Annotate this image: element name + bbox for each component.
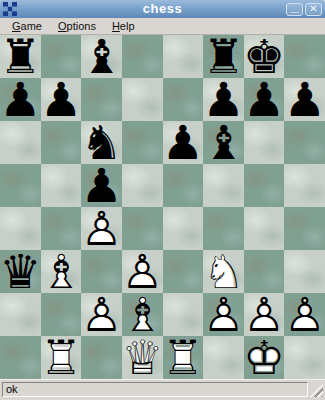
- chess-board: ♜♝♜♚♟♟♟♟♟♞♟♝♟♟♙♛♝♗♟♙♞♘♟♙♝♗♟♙♟♙♟♙♜♖♛♕♜♖♚♔: [0, 35, 325, 379]
- window-controls: — ✕: [286, 3, 322, 16]
- square-e4[interactable]: [163, 207, 204, 250]
- black-pawn-piece[interactable]: ♟: [203, 78, 244, 121]
- square-c3[interactable]: [81, 250, 122, 293]
- square-g2[interactable]: ♟♙: [244, 293, 285, 336]
- square-e5[interactable]: [163, 164, 204, 207]
- square-h2[interactable]: ♟♙: [284, 293, 325, 336]
- square-f8[interactable]: ♜: [203, 35, 244, 78]
- square-h3[interactable]: [284, 250, 325, 293]
- square-f3[interactable]: ♞♘: [203, 250, 244, 293]
- window-menu-x-logo-icon[interactable]: [3, 2, 17, 16]
- square-h1[interactable]: [284, 336, 325, 379]
- square-a2[interactable]: [0, 293, 41, 336]
- black-pawn-piece[interactable]: ♟: [163, 121, 204, 164]
- square-f1[interactable]: [203, 336, 244, 379]
- square-g6[interactable]: [244, 121, 285, 164]
- black-bishop-piece[interactable]: ♝: [81, 35, 122, 78]
- square-f4[interactable]: [203, 207, 244, 250]
- square-e6[interactable]: ♟: [163, 121, 204, 164]
- black-rook-piece[interactable]: ♜: [0, 35, 41, 78]
- square-d7[interactable]: [122, 78, 163, 121]
- square-a4[interactable]: [0, 207, 41, 250]
- white-pawn-piece[interactable]: ♟♙: [244, 293, 285, 336]
- square-c8[interactable]: ♝: [81, 35, 122, 78]
- square-b2[interactable]: [41, 293, 82, 336]
- chess-app-window: chess — ✕ GameOptionsHelp ♜♝♜♚♟♟♟♟♟♞♟♝♟♟…: [0, 0, 325, 400]
- status-bar: ok: [0, 379, 325, 400]
- square-a6[interactable]: [0, 121, 41, 164]
- square-c7[interactable]: [81, 78, 122, 121]
- menu-bar: GameOptionsHelp: [0, 18, 325, 35]
- status-message: ok: [2, 382, 308, 397]
- square-g4[interactable]: [244, 207, 285, 250]
- black-pawn-piece[interactable]: ♟: [81, 164, 122, 207]
- minimize-icon: —: [290, 10, 299, 14]
- square-c1[interactable]: [81, 336, 122, 379]
- square-g3[interactable]: [244, 250, 285, 293]
- black-pawn-piece[interactable]: ♟: [284, 78, 325, 121]
- square-b3[interactable]: ♝♗: [41, 250, 82, 293]
- black-pawn-piece[interactable]: ♟: [41, 78, 82, 121]
- menu-options[interactable]: Options: [50, 19, 104, 34]
- square-c5[interactable]: ♟: [81, 164, 122, 207]
- square-a8[interactable]: ♜: [0, 35, 41, 78]
- menu-help[interactable]: Help: [104, 19, 143, 34]
- square-c4[interactable]: ♟♙: [81, 207, 122, 250]
- square-d8[interactable]: [122, 35, 163, 78]
- square-b6[interactable]: [41, 121, 82, 164]
- square-h7[interactable]: ♟: [284, 78, 325, 121]
- square-a5[interactable]: [0, 164, 41, 207]
- square-g1[interactable]: ♚♔: [244, 336, 285, 379]
- square-d5[interactable]: [122, 164, 163, 207]
- white-pawn-piece[interactable]: ♟♙: [81, 207, 122, 250]
- white-knight-piece[interactable]: ♞♘: [203, 250, 244, 293]
- window-title: chess: [0, 0, 325, 18]
- white-pawn-piece[interactable]: ♟♙: [203, 293, 244, 336]
- square-e8[interactable]: [163, 35, 204, 78]
- square-d4[interactable]: [122, 207, 163, 250]
- square-h5[interactable]: [284, 164, 325, 207]
- white-pawn-piece[interactable]: ♟♙: [122, 250, 163, 293]
- title-bar: chess — ✕: [0, 0, 325, 18]
- white-bishop-piece[interactable]: ♝♗: [122, 293, 163, 336]
- minimize-button[interactable]: —: [286, 3, 303, 16]
- menu-game[interactable]: Game: [4, 19, 50, 34]
- square-g7[interactable]: ♟: [244, 78, 285, 121]
- square-b4[interactable]: [41, 207, 82, 250]
- square-e2[interactable]: [163, 293, 204, 336]
- square-d6[interactable]: [122, 121, 163, 164]
- square-e3[interactable]: [163, 250, 204, 293]
- square-e1[interactable]: ♜♖: [163, 336, 204, 379]
- close-button[interactable]: ✕: [305, 3, 322, 16]
- white-bishop-piece[interactable]: ♝♗: [41, 250, 82, 293]
- square-g8[interactable]: ♚: [244, 35, 285, 78]
- black-bishop-piece[interactable]: ♝: [203, 121, 244, 164]
- white-queen-piece[interactable]: ♛♕: [122, 336, 163, 379]
- square-a1[interactable]: [0, 336, 41, 379]
- square-f7[interactable]: ♟: [203, 78, 244, 121]
- white-rook-piece[interactable]: ♜♖: [163, 336, 204, 379]
- white-rook-piece[interactable]: ♜♖: [41, 336, 82, 379]
- black-pawn-piece[interactable]: ♟: [244, 78, 285, 121]
- close-icon: ✕: [309, 4, 317, 14]
- square-a3[interactable]: ♛: [0, 250, 41, 293]
- square-h6[interactable]: [284, 121, 325, 164]
- square-a7[interactable]: ♟: [0, 78, 41, 121]
- white-pawn-piece[interactable]: ♟♙: [284, 293, 325, 336]
- white-pawn-piece[interactable]: ♟♙: [81, 293, 122, 336]
- square-f5[interactable]: [203, 164, 244, 207]
- square-b5[interactable]: [41, 164, 82, 207]
- square-e7[interactable]: [163, 78, 204, 121]
- square-d1[interactable]: ♛♕: [122, 336, 163, 379]
- square-b7[interactable]: ♟: [41, 78, 82, 121]
- square-c6[interactable]: ♞: [81, 121, 122, 164]
- square-c2[interactable]: ♟♙: [81, 293, 122, 336]
- black-pawn-piece[interactable]: ♟: [0, 78, 41, 121]
- black-knight-piece[interactable]: ♞: [81, 121, 122, 164]
- square-b1[interactable]: ♜♖: [41, 336, 82, 379]
- square-h4[interactable]: [284, 207, 325, 250]
- square-d3[interactable]: ♟♙: [122, 250, 163, 293]
- square-h8[interactable]: [284, 35, 325, 78]
- square-b8[interactable]: [41, 35, 82, 78]
- black-queen-piece[interactable]: ♛: [0, 250, 41, 293]
- square-g5[interactable]: [244, 164, 285, 207]
- square-d2[interactable]: ♝♗: [122, 293, 163, 336]
- square-f2[interactable]: ♟♙: [203, 293, 244, 336]
- white-king-piece[interactable]: ♚♔: [244, 336, 285, 379]
- square-f6[interactable]: ♝: [203, 121, 244, 164]
- black-king-piece[interactable]: ♚: [244, 35, 285, 78]
- black-rook-piece[interactable]: ♜: [203, 35, 244, 78]
- resize-grip-icon[interactable]: [310, 384, 323, 397]
